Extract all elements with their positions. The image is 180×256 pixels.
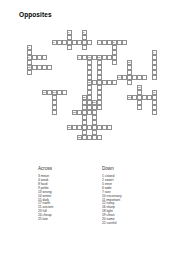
- cell-number: 12: [128, 61, 130, 63]
- down-clue-lines: 1 closed2 sweet5 inner6 wide7 rare10 nec…: [102, 174, 136, 224]
- grid-cell[interactable]: [42, 55, 47, 60]
- grid-cell[interactable]: [87, 40, 92, 45]
- crossword-grid[interactable]: 1234567891011121314151617181920212223242…: [27, 30, 157, 140]
- cell-number: 11: [98, 56, 100, 58]
- cell-number: 22: [93, 101, 95, 103]
- grid-cell[interactable]: [127, 80, 132, 85]
- grid-cell[interactable]: [97, 105, 102, 110]
- worksheet-title: Opposites: [19, 11, 52, 18]
- cell-number: 6: [28, 46, 29, 48]
- cell-number: 23: [73, 111, 75, 113]
- grid-cell[interactable]: [52, 110, 57, 115]
- grid-cell[interactable]: [122, 40, 127, 45]
- cell-number: 16: [138, 86, 140, 88]
- grid-cell[interactable]: [47, 65, 52, 70]
- cell-number: 10: [88, 56, 90, 58]
- down-header: Down: [102, 166, 114, 171]
- cell-number: 19: [153, 91, 155, 93]
- worksheet-page: Opposites 123456789101112131415161718192…: [0, 0, 180, 256]
- grid-cell[interactable]: [112, 60, 117, 65]
- clue-item: 25 late: [38, 217, 72, 221]
- grid-cell[interactable]: [137, 105, 142, 110]
- cell-number: 15: [88, 81, 90, 83]
- cell-number: 7: [153, 51, 154, 53]
- grid-cell[interactable]: [142, 75, 147, 80]
- cell-number: 3: [53, 41, 54, 43]
- across-clue-lines: 3 mean4 weak8 hard9 polite13 wrong14 win…: [38, 174, 72, 221]
- cell-number: 9: [78, 56, 79, 58]
- cell-number: 8: [28, 56, 29, 58]
- grid-cell[interactable]: [107, 125, 112, 130]
- grid-cell[interactable]: [152, 110, 157, 115]
- cell-number: 25: [78, 136, 80, 138]
- cell-number: 1: [68, 31, 69, 33]
- cell-number: 18: [53, 91, 55, 93]
- grid-cell[interactable]: [67, 45, 72, 50]
- cell-number: 20: [83, 96, 85, 98]
- grid-cell[interactable]: [112, 80, 117, 85]
- grid-cell[interactable]: [27, 70, 32, 75]
- cell-number: 14: [118, 76, 120, 78]
- cell-number: 5: [113, 41, 114, 43]
- grid-cell[interactable]: [97, 135, 102, 140]
- down-clue-list: 1 closed2 sweet5 inner6 wide7 rare10 nec…: [102, 174, 136, 234]
- cell-number: 24: [68, 126, 70, 128]
- cell-number: 4: [98, 41, 99, 43]
- grid-cell[interactable]: [82, 45, 87, 50]
- cell-number: 17: [43, 91, 45, 93]
- clue-item: 22 careful: [102, 221, 136, 225]
- across-clue-list: 3 mean4 weak8 hard9 polite13 wrong14 win…: [38, 174, 72, 234]
- cell-number: 13: [28, 66, 30, 68]
- grid-cell[interactable]: [62, 90, 67, 95]
- cell-number: 21: [128, 96, 130, 98]
- across-header: Across: [38, 166, 52, 171]
- grid-cell[interactable]: [152, 75, 157, 80]
- cell-number: 2: [83, 31, 84, 33]
